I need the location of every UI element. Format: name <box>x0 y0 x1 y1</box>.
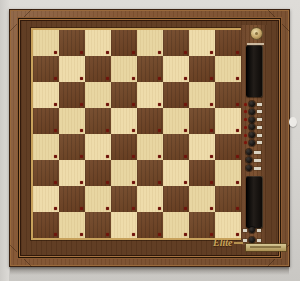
lower-piece-tray <box>246 176 263 228</box>
brass-plaque-engraving <box>250 246 281 248</box>
square-d7[interactable] <box>111 56 137 82</box>
square-led <box>132 103 135 106</box>
square-led <box>184 77 187 80</box>
piece-label-2 <box>257 110 262 113</box>
wall-fixture <box>289 117 297 127</box>
square-f4[interactable] <box>163 134 189 160</box>
bottom-button-1[interactable] <box>249 227 255 233</box>
function-label-3 <box>254 167 261 170</box>
square-led <box>158 129 161 132</box>
square-g6[interactable] <box>189 82 215 108</box>
square-led <box>132 155 135 158</box>
square-led <box>54 51 57 54</box>
square-led <box>80 129 83 132</box>
square-led <box>106 103 109 106</box>
square-e5[interactable] <box>137 108 163 134</box>
square-led <box>132 207 135 210</box>
square-led <box>158 155 161 158</box>
square-h8[interactable] <box>215 30 241 56</box>
square-d3[interactable] <box>111 160 137 186</box>
square-a8[interactable] <box>33 30 59 56</box>
square-led <box>80 233 83 236</box>
control-panel <box>241 25 267 245</box>
square-led <box>80 181 83 184</box>
square-led <box>54 181 57 184</box>
square-g3[interactable] <box>189 160 215 186</box>
function-button-column <box>246 149 265 171</box>
square-b2[interactable] <box>59 186 85 212</box>
function-3-row <box>246 165 265 171</box>
square-led <box>106 129 109 132</box>
square-led <box>236 181 239 184</box>
square-a1[interactable] <box>33 212 59 238</box>
square-led <box>80 51 83 54</box>
square-g5[interactable] <box>189 108 215 134</box>
function-button-3[interactable] <box>246 165 252 171</box>
square-e4[interactable] <box>137 134 163 160</box>
square-led <box>236 51 239 54</box>
bottom-label-right-2 <box>257 239 261 242</box>
square-b1[interactable] <box>59 212 85 238</box>
square-g8[interactable] <box>189 30 215 56</box>
piece-led-1 <box>244 103 247 106</box>
square-c3[interactable] <box>85 160 111 186</box>
piece-led-2 <box>244 110 247 113</box>
elite-logo-text: Elite <box>213 237 232 248</box>
square-led <box>184 103 187 106</box>
square-led <box>54 77 57 80</box>
square-led <box>132 129 135 132</box>
square-d8[interactable] <box>111 30 137 56</box>
bottom-button-column <box>243 227 265 243</box>
square-a7[interactable] <box>33 56 59 82</box>
square-a4[interactable] <box>33 134 59 160</box>
square-led <box>54 129 57 132</box>
piece-led-3 <box>244 118 247 121</box>
square-led <box>184 181 187 184</box>
square-led <box>158 77 161 80</box>
square-led <box>236 129 239 132</box>
square-f5[interactable] <box>163 108 189 134</box>
square-b4[interactable] <box>59 134 85 160</box>
square-e2[interactable] <box>137 186 163 212</box>
piece-1-row <box>244 101 265 107</box>
square-e3[interactable] <box>137 160 163 186</box>
function-1-row <box>246 149 265 155</box>
square-led <box>106 233 109 236</box>
square-g1[interactable] <box>189 212 215 238</box>
piece-button-4[interactable] <box>249 124 255 130</box>
piece-3-row <box>244 117 265 123</box>
square-c2[interactable] <box>85 186 111 212</box>
square-g7[interactable] <box>189 56 215 82</box>
bottom-1-row <box>243 227 265 233</box>
square-b8[interactable] <box>59 30 85 56</box>
square-h7[interactable] <box>215 56 241 82</box>
piece-label-1 <box>257 103 262 106</box>
function-label-2 <box>254 159 261 162</box>
square-f6[interactable] <box>163 82 189 108</box>
function-2-row <box>246 157 265 163</box>
square-led <box>106 181 109 184</box>
square-led <box>132 181 135 184</box>
square-d5[interactable] <box>111 108 137 134</box>
square-led <box>236 155 239 158</box>
square-led <box>106 77 109 80</box>
bottom-label-right-1 <box>257 229 261 232</box>
function-button-2[interactable] <box>246 157 252 163</box>
square-led <box>158 233 161 236</box>
square-c7[interactable] <box>85 56 111 82</box>
square-led <box>106 207 109 210</box>
piece-led-4 <box>244 126 247 129</box>
square-f3[interactable] <box>163 160 189 186</box>
brand-medallion-icon <box>250 27 263 40</box>
square-led <box>106 51 109 54</box>
square-led <box>236 207 239 210</box>
bottom-button-2[interactable] <box>249 237 255 243</box>
square-led <box>132 233 135 236</box>
piece-button-6[interactable] <box>249 140 255 146</box>
square-b5[interactable] <box>59 108 85 134</box>
square-led <box>54 103 57 106</box>
piece-label-4 <box>257 126 262 129</box>
piece-button-1[interactable] <box>249 101 255 107</box>
square-b6[interactable] <box>59 82 85 108</box>
brass-plaque <box>246 244 286 251</box>
bottom-label-left-2 <box>243 239 247 242</box>
function-label-1 <box>254 151 261 154</box>
piece-4-row <box>244 124 265 130</box>
square-led <box>158 207 161 210</box>
square-a5[interactable] <box>33 108 59 134</box>
square-g4[interactable] <box>189 134 215 160</box>
piece-label-3 <box>257 118 262 121</box>
square-led <box>184 155 187 158</box>
square-led <box>80 155 83 158</box>
square-d4[interactable] <box>111 134 137 160</box>
piece-button-5[interactable] <box>249 132 255 138</box>
square-led <box>132 51 135 54</box>
square-h4[interactable] <box>215 134 241 160</box>
square-d1[interactable] <box>111 212 137 238</box>
square-c1[interactable] <box>85 212 111 238</box>
square-led <box>210 181 213 184</box>
square-a3[interactable] <box>33 160 59 186</box>
square-c8[interactable] <box>85 30 111 56</box>
piece-label-5 <box>257 134 262 137</box>
square-g2[interactable] <box>189 186 215 212</box>
square-b3[interactable] <box>59 160 85 186</box>
piece-button-column <box>244 101 265 146</box>
elite-logo-tagline <box>234 242 243 244</box>
square-c4[interactable] <box>85 134 111 160</box>
square-led <box>158 51 161 54</box>
function-button-1[interactable] <box>246 149 252 155</box>
piece-6-row <box>244 140 265 146</box>
piece-5-row <box>244 132 265 138</box>
square-led <box>184 51 187 54</box>
square-led <box>158 181 161 184</box>
square-f7[interactable] <box>163 56 189 82</box>
square-led <box>236 77 239 80</box>
square-h6[interactable] <box>215 82 241 108</box>
square-h2[interactable] <box>215 186 241 212</box>
square-led <box>54 233 57 236</box>
square-led <box>184 129 187 132</box>
square-led <box>210 129 213 132</box>
square-d6[interactable] <box>111 82 137 108</box>
square-led <box>210 207 213 210</box>
square-a6[interactable] <box>33 82 59 108</box>
square-led <box>54 155 57 158</box>
square-h1[interactable] <box>215 212 241 238</box>
square-c6[interactable] <box>85 82 111 108</box>
square-c5[interactable] <box>85 108 111 134</box>
square-a2[interactable] <box>33 186 59 212</box>
square-led <box>210 77 213 80</box>
board-maple-border <box>31 28 243 240</box>
square-led <box>210 155 213 158</box>
square-led <box>158 103 161 106</box>
chess-board <box>33 30 241 238</box>
board-drop-shadow <box>10 266 289 275</box>
elite-logo: Elite <box>213 236 243 249</box>
square-h3[interactable] <box>215 160 241 186</box>
piece-2-row <box>244 109 265 115</box>
square-led <box>210 103 213 106</box>
square-e6[interactable] <box>137 82 163 108</box>
square-b7[interactable] <box>59 56 85 82</box>
square-led <box>106 155 109 158</box>
square-e7[interactable] <box>137 56 163 82</box>
piece-led-5 <box>244 134 247 137</box>
square-e8[interactable] <box>137 30 163 56</box>
square-f1[interactable] <box>163 212 189 238</box>
piece-led-6 <box>244 141 247 144</box>
square-led <box>80 77 83 80</box>
square-led <box>236 103 239 106</box>
piece-button-3[interactable] <box>249 117 255 123</box>
square-led <box>54 207 57 210</box>
square-h5[interactable] <box>215 108 241 134</box>
square-led <box>80 207 83 210</box>
photo-scene: Elite <box>0 0 300 281</box>
bottom-2-row <box>243 237 265 243</box>
upper-piece-tray <box>246 45 263 97</box>
square-d2[interactable] <box>111 186 137 212</box>
square-e1[interactable] <box>137 212 163 238</box>
square-led <box>132 77 135 80</box>
piece-label-6 <box>257 141 262 144</box>
square-led <box>184 233 187 236</box>
square-led <box>184 207 187 210</box>
square-led <box>210 51 213 54</box>
bottom-label-left-1 <box>243 229 247 232</box>
square-f8[interactable] <box>163 30 189 56</box>
square-led <box>80 103 83 106</box>
square-f2[interactable] <box>163 186 189 212</box>
piece-button-2[interactable] <box>249 109 255 115</box>
